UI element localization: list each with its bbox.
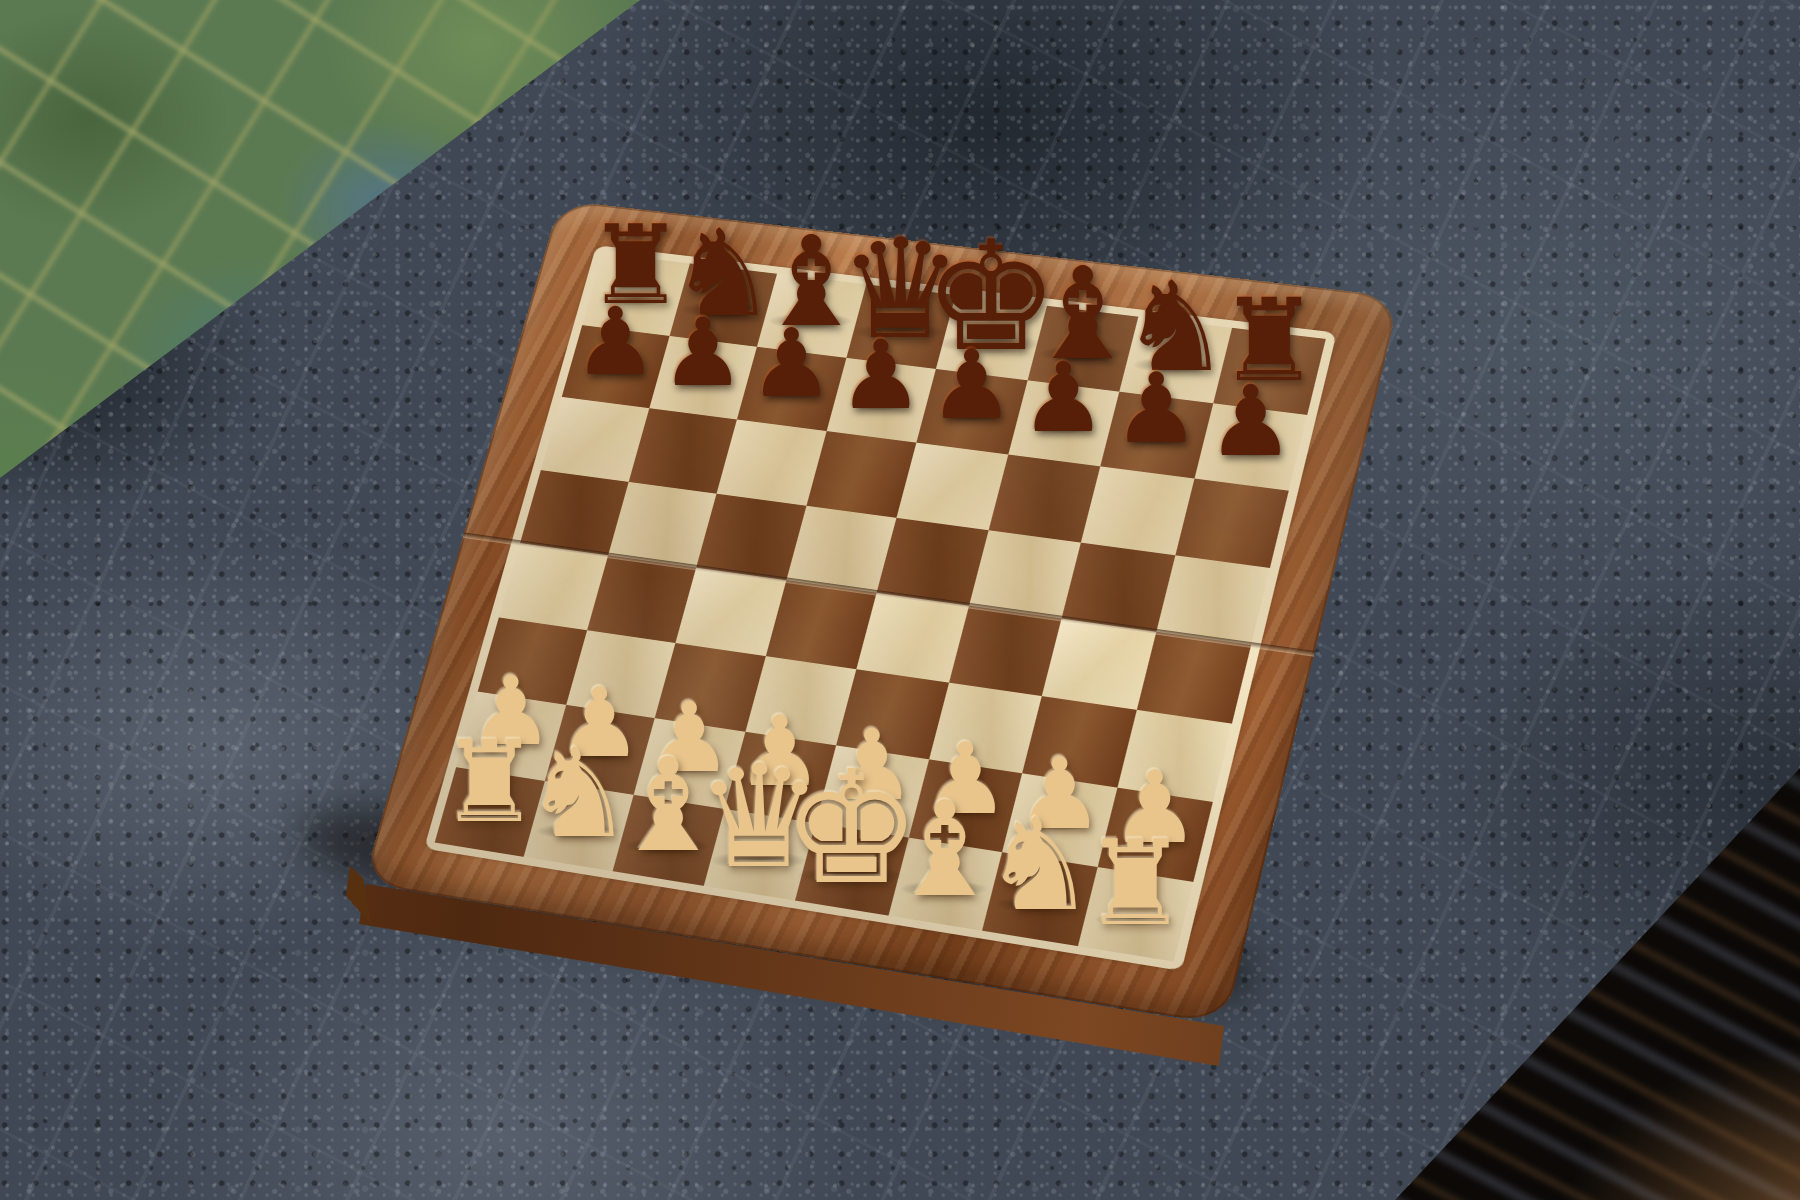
photo-scene: ♜♞♝♛♚♝♞♜♟♟♟♟♟♟♟♟♟♟♟♟♟♟♟♟♜♞♝♛♚♝♞♜ xyxy=(0,0,1800,1200)
